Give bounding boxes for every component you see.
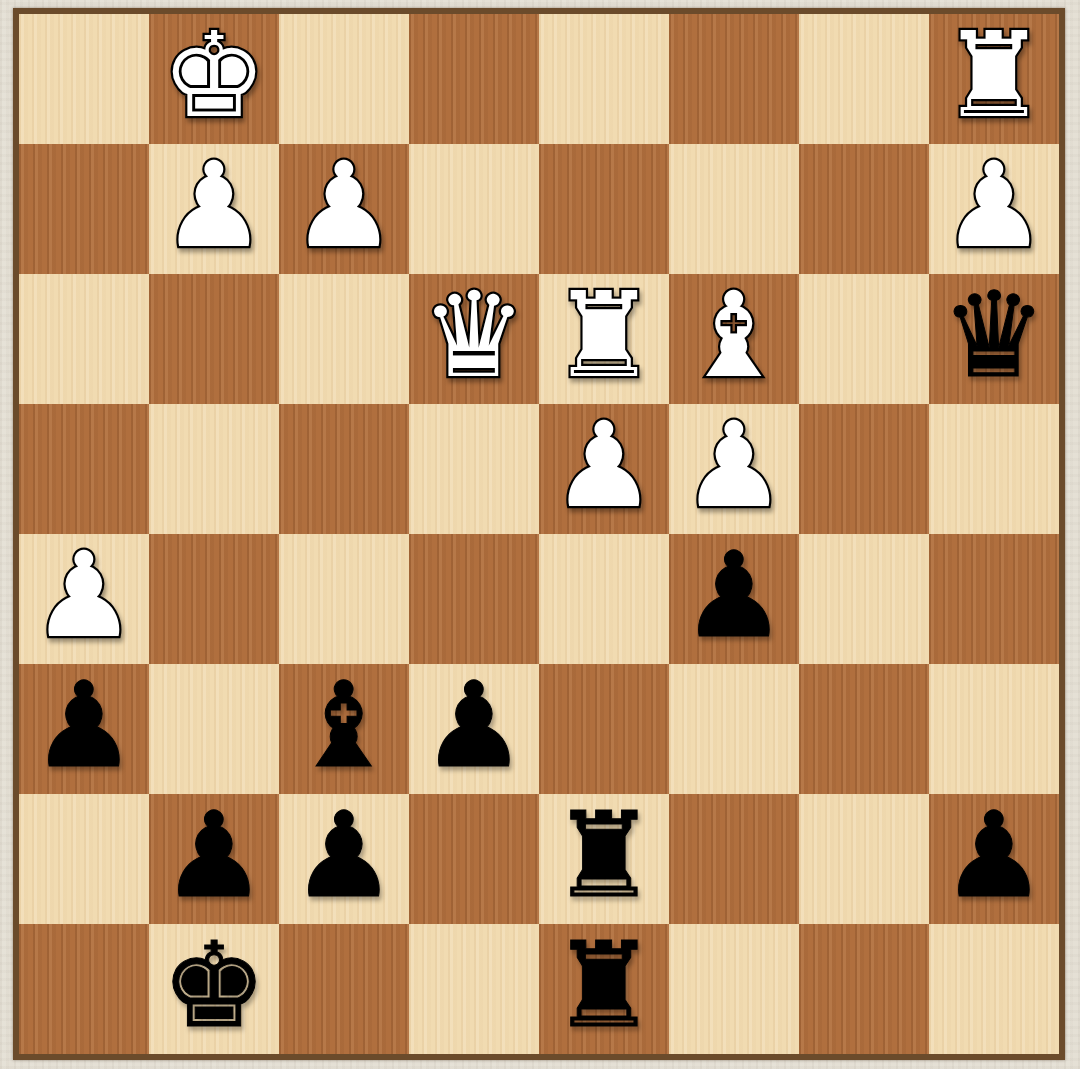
square-f7[interactable] [669, 144, 799, 274]
square-d4[interactable] [409, 534, 539, 664]
white-pawn-icon[interactable]: ♟ [941, 146, 1047, 264]
square-e5[interactable]: ♟ [539, 404, 669, 534]
square-h1[interactable] [929, 924, 1059, 1054]
square-g4[interactable] [799, 534, 929, 664]
black-pawn-icon[interactable]: ♟ [421, 666, 527, 784]
square-h7[interactable]: ♟ [929, 144, 1059, 274]
square-d6[interactable]: ♛ [409, 274, 539, 404]
square-g7[interactable] [799, 144, 929, 274]
square-h6[interactable]: ♛ [929, 274, 1059, 404]
square-e4[interactable] [539, 534, 669, 664]
square-b4[interactable] [149, 534, 279, 664]
square-f5[interactable]: ♟ [669, 404, 799, 534]
white-pawn-icon[interactable]: ♟ [551, 406, 657, 524]
square-g3[interactable] [799, 664, 929, 794]
square-f1[interactable] [669, 924, 799, 1054]
square-f8[interactable] [669, 14, 799, 144]
square-h3[interactable] [929, 664, 1059, 794]
white-pawn-icon[interactable]: ♟ [291, 146, 397, 264]
white-pawn-icon[interactable]: ♟ [161, 146, 267, 264]
square-g5[interactable] [799, 404, 929, 534]
square-h4[interactable] [929, 534, 1059, 664]
square-a6[interactable] [19, 274, 149, 404]
square-a7[interactable] [19, 144, 149, 274]
square-h2[interactable]: ♟ [929, 794, 1059, 924]
white-king-icon[interactable]: ♚ [161, 16, 267, 134]
square-f2[interactable] [669, 794, 799, 924]
white-bishop-icon[interactable]: ♝ [681, 276, 787, 394]
square-g2[interactable] [799, 794, 929, 924]
page-background: { "game": "chess", "position": { "fen_pi… [0, 0, 1080, 1069]
square-a2[interactable] [19, 794, 149, 924]
square-c7[interactable]: ♟ [279, 144, 409, 274]
square-b5[interactable] [149, 404, 279, 534]
black-rook-icon[interactable]: ♜ [551, 796, 657, 914]
black-bishop-icon[interactable]: ♝ [291, 666, 397, 784]
square-d2[interactable] [409, 794, 539, 924]
square-d3[interactable]: ♟ [409, 664, 539, 794]
square-b6[interactable] [149, 274, 279, 404]
square-d8[interactable] [409, 14, 539, 144]
square-b8[interactable]: ♚ [149, 14, 279, 144]
square-d7[interactable] [409, 144, 539, 274]
square-g6[interactable] [799, 274, 929, 404]
black-pawn-icon[interactable]: ♟ [161, 796, 267, 914]
square-f6[interactable]: ♝ [669, 274, 799, 404]
square-a1[interactable] [19, 924, 149, 1054]
square-e1[interactable]: ♜ [539, 924, 669, 1054]
square-c6[interactable] [279, 274, 409, 404]
square-a5[interactable] [19, 404, 149, 534]
square-b7[interactable]: ♟ [149, 144, 279, 274]
square-f3[interactable] [669, 664, 799, 794]
square-a4[interactable]: ♟ [19, 534, 149, 664]
white-rook-icon[interactable]: ♜ [941, 16, 1047, 134]
square-e3[interactable] [539, 664, 669, 794]
white-queen-icon[interactable]: ♛ [421, 276, 527, 394]
square-e7[interactable] [539, 144, 669, 274]
square-a3[interactable]: ♟ [19, 664, 149, 794]
square-e2[interactable]: ♜ [539, 794, 669, 924]
square-c3[interactable]: ♝ [279, 664, 409, 794]
black-pawn-icon[interactable]: ♟ [941, 796, 1047, 914]
square-h8[interactable]: ♜ [929, 14, 1059, 144]
square-c2[interactable]: ♟ [279, 794, 409, 924]
black-queen-icon[interactable]: ♛ [941, 276, 1047, 394]
square-e8[interactable] [539, 14, 669, 144]
square-d1[interactable] [409, 924, 539, 1054]
black-rook-icon[interactable]: ♜ [551, 926, 657, 1044]
square-g8[interactable] [799, 14, 929, 144]
chess-board: ♚♜♟♟♟♛♜♝♛♟♟♟♟♟♝♟♟♟♜♟♚♜ [13, 8, 1065, 1060]
square-b3[interactable] [149, 664, 279, 794]
black-pawn-icon[interactable]: ♟ [291, 796, 397, 914]
white-pawn-icon[interactable]: ♟ [681, 406, 787, 524]
white-pawn-icon[interactable]: ♟ [31, 536, 137, 654]
black-king-icon[interactable]: ♚ [161, 926, 267, 1044]
square-b1[interactable]: ♚ [149, 924, 279, 1054]
square-f4[interactable]: ♟ [669, 534, 799, 664]
square-c1[interactable] [279, 924, 409, 1054]
square-c4[interactable] [279, 534, 409, 664]
white-rook-icon[interactable]: ♜ [551, 276, 657, 394]
square-d5[interactable] [409, 404, 539, 534]
square-c5[interactable] [279, 404, 409, 534]
square-e6[interactable]: ♜ [539, 274, 669, 404]
black-pawn-icon[interactable]: ♟ [681, 536, 787, 654]
square-h5[interactable] [929, 404, 1059, 534]
square-c8[interactable] [279, 14, 409, 144]
square-b2[interactable]: ♟ [149, 794, 279, 924]
black-pawn-icon[interactable]: ♟ [31, 666, 137, 784]
square-a8[interactable] [19, 14, 149, 144]
square-g1[interactable] [799, 924, 929, 1054]
